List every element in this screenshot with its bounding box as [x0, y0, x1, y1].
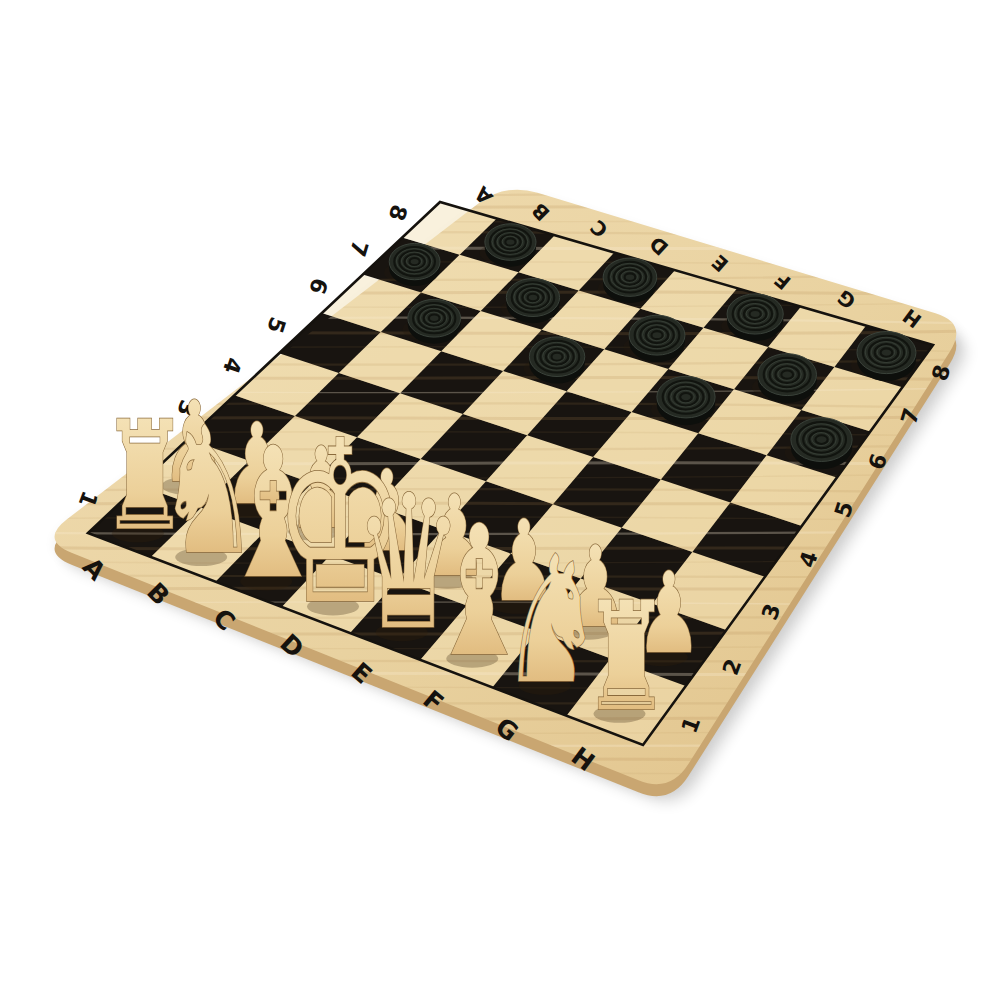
rank-label-left-1: 1 — [74, 488, 103, 511]
rook-glyph: ♜ — [582, 570, 671, 745]
rank-label-left-7: 7 — [345, 238, 373, 260]
rank-label-left-8: 8 — [384, 202, 412, 224]
chess-checkers-board-photo: AABBCCDDEEFFGGHH1122334455667788 ♟♟♟♜♟♞♟… — [0, 0, 1000, 1000]
rank-label-left-4: 4 — [218, 354, 247, 376]
rank-label-left-6: 6 — [304, 275, 332, 297]
rank-label-left-5: 5 — [262, 314, 291, 336]
product-photo-stage: AABBCCDDEEFFGGHH1122334455667788 ♟♟♟♜♟♞♟… — [0, 0, 1000, 1000]
chess-piece-white-rook-h1[interactable]: ♜ — [582, 570, 671, 745]
